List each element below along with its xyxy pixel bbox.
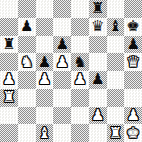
- square-b6[interactable]: [18, 36, 36, 54]
- square-h5[interactable]: ♛: [124, 53, 142, 71]
- square-c8[interactable]: [36, 0, 54, 18]
- square-f5[interactable]: [89, 53, 107, 71]
- square-b2[interactable]: [18, 107, 36, 125]
- white-pawn-icon: ♟: [55, 54, 68, 69]
- square-h7[interactable]: ♚: [124, 18, 142, 36]
- chess-board: ♜♟♛♝♚♜♟♟♞♟♟♞♛♟♟♟♟♜♟♟♝♜♚: [0, 0, 142, 142]
- square-c7[interactable]: [36, 18, 54, 36]
- white-rook-icon: ♜: [2, 90, 15, 105]
- white-pawn-icon: ♟: [38, 72, 51, 87]
- square-g2[interactable]: [107, 107, 125, 125]
- square-e6[interactable]: [71, 36, 89, 54]
- square-f3[interactable]: [89, 89, 107, 107]
- square-g5[interactable]: [107, 53, 125, 71]
- square-d2[interactable]: [53, 107, 71, 125]
- white-pawn-icon: ♟: [126, 107, 139, 122]
- square-g3[interactable]: [107, 89, 125, 107]
- square-e8[interactable]: [71, 0, 89, 18]
- square-e4[interactable]: ♟: [71, 71, 89, 89]
- square-b4[interactable]: [18, 71, 36, 89]
- white-bishop-icon: ♝: [38, 125, 51, 140]
- square-a6[interactable]: ♜: [0, 36, 18, 54]
- black-knight-icon: ♞: [73, 54, 86, 69]
- square-d8[interactable]: [53, 0, 71, 18]
- square-h3[interactable]: [124, 89, 142, 107]
- square-h8[interactable]: [124, 0, 142, 18]
- white-pawn-icon: ♟: [91, 107, 104, 122]
- black-rook-icon: ♜: [91, 1, 104, 16]
- black-pawn-icon: ♟: [126, 36, 139, 51]
- square-a2[interactable]: [0, 107, 18, 125]
- square-d7[interactable]: [53, 18, 71, 36]
- square-g4[interactable]: [107, 71, 125, 89]
- black-pawn-icon: ♟: [20, 19, 33, 34]
- square-c4[interactable]: ♟: [36, 71, 54, 89]
- square-e2[interactable]: [71, 107, 89, 125]
- square-b8[interactable]: [18, 0, 36, 18]
- square-e1[interactable]: [71, 124, 89, 142]
- white-pawn-icon: ♟: [2, 72, 15, 87]
- square-g8[interactable]: [107, 0, 125, 18]
- square-f2[interactable]: ♟: [89, 107, 107, 125]
- square-c3[interactable]: [36, 89, 54, 107]
- square-d1[interactable]: [53, 124, 71, 142]
- square-h4[interactable]: [124, 71, 142, 89]
- white-rook-icon: ♜: [109, 125, 122, 140]
- square-a8[interactable]: [0, 0, 18, 18]
- square-b3[interactable]: [18, 89, 36, 107]
- square-e5[interactable]: ♞: [71, 53, 89, 71]
- square-h1[interactable]: ♚: [124, 124, 142, 142]
- black-rook-icon: ♜: [2, 36, 15, 51]
- white-queen-icon: ♛: [126, 54, 139, 69]
- square-c1[interactable]: ♝: [36, 124, 54, 142]
- square-c2[interactable]: [36, 107, 54, 125]
- black-pawn-icon: ♟: [91, 72, 104, 87]
- black-bishop-icon: ♝: [109, 19, 122, 34]
- white-knight-icon: ♞: [20, 54, 33, 69]
- square-a7[interactable]: [0, 18, 18, 36]
- white-pawn-icon: ♟: [73, 72, 86, 87]
- square-h2[interactable]: ♟: [124, 107, 142, 125]
- square-g1[interactable]: ♜: [107, 124, 125, 142]
- square-g7[interactable]: ♝: [107, 18, 125, 36]
- square-e3[interactable]: [71, 89, 89, 107]
- square-b7[interactable]: ♟: [18, 18, 36, 36]
- square-h6[interactable]: ♟: [124, 36, 142, 54]
- square-d5[interactable]: ♟: [53, 53, 71, 71]
- square-f4[interactable]: ♟: [89, 71, 107, 89]
- black-king-icon: ♚: [126, 19, 139, 34]
- square-f6[interactable]: [89, 36, 107, 54]
- square-a1[interactable]: [0, 124, 18, 142]
- square-d6[interactable]: ♟: [53, 36, 71, 54]
- square-d3[interactable]: [53, 89, 71, 107]
- black-pawn-icon: ♟: [38, 54, 51, 69]
- square-a3[interactable]: ♜: [0, 89, 18, 107]
- square-b5[interactable]: ♞: [18, 53, 36, 71]
- square-e7[interactable]: [71, 18, 89, 36]
- square-a4[interactable]: ♟: [0, 71, 18, 89]
- white-king-icon: ♚: [126, 125, 139, 140]
- square-g6[interactable]: [107, 36, 125, 54]
- square-a5[interactable]: [0, 53, 18, 71]
- square-d4[interactable]: [53, 71, 71, 89]
- square-f8[interactable]: ♜: [89, 0, 107, 18]
- square-f1[interactable]: [89, 124, 107, 142]
- square-f7[interactable]: ♛: [89, 18, 107, 36]
- square-c6[interactable]: [36, 36, 54, 54]
- square-b1[interactable]: [18, 124, 36, 142]
- black-queen-icon: ♛: [91, 19, 104, 34]
- black-pawn-icon: ♟: [55, 36, 68, 51]
- square-c5[interactable]: ♟: [36, 53, 54, 71]
